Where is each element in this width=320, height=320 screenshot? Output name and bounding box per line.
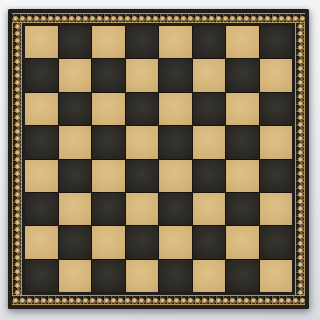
ornament-border-bottom (12, 295, 305, 305)
square-f6[interactable] (193, 93, 226, 125)
square-a3[interactable] (25, 193, 58, 225)
square-f4[interactable] (193, 160, 226, 192)
square-b4[interactable] (59, 160, 92, 192)
square-d7[interactable] (126, 59, 159, 91)
square-e7[interactable] (159, 59, 192, 91)
square-f5[interactable] (193, 126, 226, 158)
square-a1[interactable] (25, 260, 58, 292)
square-d1[interactable] (126, 260, 159, 292)
square-f8[interactable] (193, 26, 226, 58)
square-d5[interactable] (126, 126, 159, 158)
square-b2[interactable] (59, 226, 92, 258)
square-g8[interactable] (226, 26, 259, 58)
square-g4[interactable] (226, 160, 259, 192)
square-a4[interactable] (25, 160, 58, 192)
square-h3[interactable] (260, 193, 293, 225)
square-f1[interactable] (193, 260, 226, 292)
square-e2[interactable] (159, 226, 192, 258)
square-e5[interactable] (159, 126, 192, 158)
square-c8[interactable] (92, 26, 125, 58)
square-h2[interactable] (260, 226, 293, 258)
square-g3[interactable] (226, 193, 259, 225)
square-c1[interactable] (92, 260, 125, 292)
square-f3[interactable] (193, 193, 226, 225)
square-e6[interactable] (159, 93, 192, 125)
square-g2[interactable] (226, 226, 259, 258)
square-g7[interactable] (226, 59, 259, 91)
square-b7[interactable] (59, 59, 92, 91)
square-c4[interactable] (92, 160, 125, 192)
ornament-border-top (12, 13, 305, 23)
square-b6[interactable] (59, 93, 92, 125)
square-c6[interactable] (92, 93, 125, 125)
square-c7[interactable] (92, 59, 125, 91)
square-h1[interactable] (260, 260, 293, 292)
square-f2[interactable] (193, 226, 226, 258)
square-b3[interactable] (59, 193, 92, 225)
square-d2[interactable] (126, 226, 159, 258)
square-e4[interactable] (159, 160, 192, 192)
square-d3[interactable] (126, 193, 159, 225)
product-photo-background (0, 0, 320, 320)
square-d6[interactable] (126, 93, 159, 125)
square-b1[interactable] (59, 260, 92, 292)
square-g5[interactable] (226, 126, 259, 158)
square-a6[interactable] (25, 93, 58, 125)
square-d8[interactable] (126, 26, 159, 58)
square-e1[interactable] (159, 260, 192, 292)
square-a5[interactable] (25, 126, 58, 158)
chessboard (8, 9, 309, 309)
square-b5[interactable] (59, 126, 92, 158)
square-h7[interactable] (260, 59, 293, 91)
square-h8[interactable] (260, 26, 293, 58)
board-grid (25, 26, 292, 292)
square-a2[interactable] (25, 226, 58, 258)
ornament-border-right (295, 23, 305, 295)
square-h6[interactable] (260, 93, 293, 125)
square-e8[interactable] (159, 26, 192, 58)
square-g1[interactable] (226, 260, 259, 292)
square-a7[interactable] (25, 59, 58, 91)
square-c3[interactable] (92, 193, 125, 225)
square-h5[interactable] (260, 126, 293, 158)
square-h4[interactable] (260, 160, 293, 192)
square-c2[interactable] (92, 226, 125, 258)
square-d4[interactable] (126, 160, 159, 192)
square-a8[interactable] (25, 26, 58, 58)
square-f7[interactable] (193, 59, 226, 91)
square-g6[interactable] (226, 93, 259, 125)
square-e3[interactable] (159, 193, 192, 225)
square-b8[interactable] (59, 26, 92, 58)
square-c5[interactable] (92, 126, 125, 158)
ornament-border-left (12, 23, 22, 295)
